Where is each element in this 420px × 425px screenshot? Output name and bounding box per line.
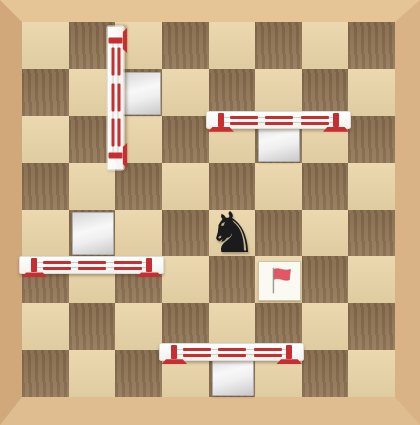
board-square-a1[interactable] xyxy=(22,350,69,397)
board-square-d8[interactable] xyxy=(162,22,209,69)
board-square-f8[interactable] xyxy=(255,22,302,69)
board-square-h7[interactable] xyxy=(348,69,395,116)
board-square-a8[interactable] xyxy=(22,22,69,69)
board-square-d6[interactable] xyxy=(162,116,209,163)
board-square-d4[interactable] xyxy=(162,210,209,257)
board-square-b8[interactable] xyxy=(69,22,116,69)
board-square-a6[interactable] xyxy=(22,116,69,163)
board-square-d5[interactable] xyxy=(162,163,209,210)
board-square-c5[interactable] xyxy=(115,163,162,210)
board-square-g7[interactable] xyxy=(302,69,349,116)
board-square-h4[interactable] xyxy=(348,210,395,257)
board-square-e8[interactable] xyxy=(209,22,256,69)
board-frame: ♞ xyxy=(0,0,420,425)
board-square-a7[interactable] xyxy=(22,69,69,116)
board-square-d3[interactable] xyxy=(162,256,209,303)
board-square-c6[interactable] xyxy=(115,116,162,163)
board-square-b7[interactable] xyxy=(69,69,116,116)
board-square-d1[interactable] xyxy=(162,350,209,397)
board-square-h8[interactable] xyxy=(348,22,395,69)
board-photo: ♞ xyxy=(0,0,420,425)
board-square-a5[interactable] xyxy=(22,163,69,210)
board-square-f4[interactable] xyxy=(255,210,302,257)
board-square-h6[interactable] xyxy=(348,116,395,163)
board-square-d2[interactable] xyxy=(162,303,209,350)
board-square-e6[interactable] xyxy=(209,116,256,163)
board-square-c3[interactable] xyxy=(115,256,162,303)
board-square-c4[interactable] xyxy=(115,210,162,257)
board-square-b4[interactable] xyxy=(69,210,116,257)
board-square-b1[interactable] xyxy=(69,350,116,397)
board-square-b3[interactable] xyxy=(69,256,116,303)
board-square-a3[interactable] xyxy=(22,256,69,303)
board-square-g2[interactable] xyxy=(302,303,349,350)
board-square-c8[interactable] xyxy=(115,22,162,69)
board-square-f2[interactable] xyxy=(255,303,302,350)
board-square-f1[interactable] xyxy=(255,350,302,397)
board-square-e1[interactable] xyxy=(209,350,256,397)
board-square-h3[interactable] xyxy=(348,256,395,303)
board-square-b6[interactable] xyxy=(69,116,116,163)
board-square-h1[interactable] xyxy=(348,350,395,397)
board-square-e7[interactable] xyxy=(209,69,256,116)
board-square-h5[interactable] xyxy=(348,163,395,210)
board-square-a4[interactable] xyxy=(22,210,69,257)
board-square-c2[interactable] xyxy=(115,303,162,350)
board-square-f3[interactable] xyxy=(255,256,302,303)
black-knight-piece[interactable]: ♞ xyxy=(209,210,256,257)
board-square-e2[interactable] xyxy=(209,303,256,350)
board-square-c1[interactable] xyxy=(115,350,162,397)
board-square-g4[interactable] xyxy=(302,210,349,257)
board-square-f6[interactable] xyxy=(255,116,302,163)
board-square-b2[interactable] xyxy=(69,303,116,350)
board-square-h2[interactable] xyxy=(348,303,395,350)
board-square-g5[interactable] xyxy=(302,163,349,210)
board-square-c7[interactable] xyxy=(115,69,162,116)
board-square-d7[interactable] xyxy=(162,69,209,116)
board-square-g1[interactable] xyxy=(302,350,349,397)
board-square-b5[interactable] xyxy=(69,163,116,210)
board-square-f7[interactable] xyxy=(255,69,302,116)
board-square-a2[interactable] xyxy=(22,303,69,350)
board-square-g8[interactable] xyxy=(302,22,349,69)
board-square-g6[interactable] xyxy=(302,116,349,163)
board-square-f5[interactable] xyxy=(255,163,302,210)
board-square-g3[interactable] xyxy=(302,256,349,303)
